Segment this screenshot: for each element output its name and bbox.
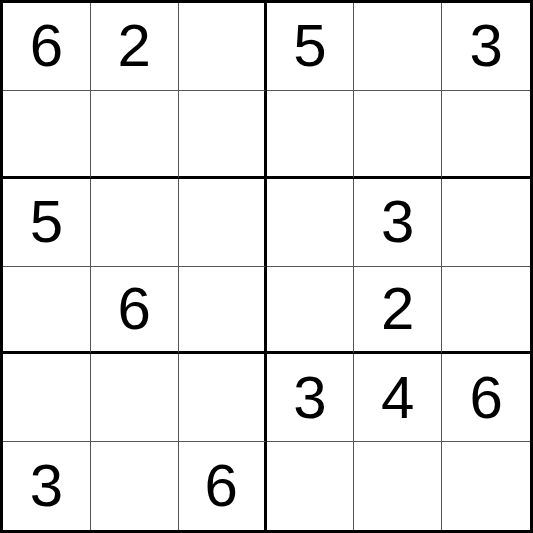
sudoku-board: 6253536234636 bbox=[0, 0, 533, 533]
cell-r6c2[interactable] bbox=[91, 442, 179, 530]
cell-r5c1[interactable] bbox=[3, 354, 91, 442]
cell-r6c6[interactable] bbox=[442, 442, 530, 530]
cell-r2c5[interactable] bbox=[354, 91, 442, 179]
cell-r3c5[interactable]: 3 bbox=[354, 179, 442, 267]
cell-r2c2[interactable] bbox=[91, 91, 179, 179]
cell-r2c3[interactable] bbox=[179, 91, 267, 179]
cell-r2c1[interactable] bbox=[3, 91, 91, 179]
cell-r6c5[interactable] bbox=[354, 442, 442, 530]
cell-r2c4[interactable] bbox=[267, 91, 355, 179]
cell-r4c2[interactable]: 6 bbox=[91, 267, 179, 355]
cell-r5c6[interactable]: 6 bbox=[442, 354, 530, 442]
cell-r3c2[interactable] bbox=[91, 179, 179, 267]
cell-r1c4[interactable]: 5 bbox=[267, 3, 355, 91]
cell-r4c4[interactable] bbox=[267, 267, 355, 355]
cell-r3c6[interactable] bbox=[442, 179, 530, 267]
cell-r6c4[interactable] bbox=[267, 442, 355, 530]
cell-r1c6[interactable]: 3 bbox=[442, 3, 530, 91]
cell-r2c6[interactable] bbox=[442, 91, 530, 179]
cell-r4c5[interactable]: 2 bbox=[354, 267, 442, 355]
cell-r5c2[interactable] bbox=[91, 354, 179, 442]
cell-r4c3[interactable] bbox=[179, 267, 267, 355]
cell-r1c2[interactable]: 2 bbox=[91, 3, 179, 91]
cell-r5c4[interactable]: 3 bbox=[267, 354, 355, 442]
cell-r4c1[interactable] bbox=[3, 267, 91, 355]
cell-r3c4[interactable] bbox=[267, 179, 355, 267]
cell-r5c3[interactable] bbox=[179, 354, 267, 442]
cell-r4c6[interactable] bbox=[442, 267, 530, 355]
cell-r6c1[interactable]: 3 bbox=[3, 442, 91, 530]
cell-r5c5[interactable]: 4 bbox=[354, 354, 442, 442]
cell-r1c3[interactable] bbox=[179, 3, 267, 91]
cell-r3c1[interactable]: 5 bbox=[3, 179, 91, 267]
cell-r1c1[interactable]: 6 bbox=[3, 3, 91, 91]
cell-r3c3[interactable] bbox=[179, 179, 267, 267]
cell-r1c5[interactable] bbox=[354, 3, 442, 91]
cell-r6c3[interactable]: 6 bbox=[179, 442, 267, 530]
